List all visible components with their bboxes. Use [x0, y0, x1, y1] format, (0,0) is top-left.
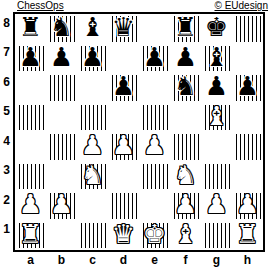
square-h7[interactable] — [232, 44, 263, 74]
piece-black-bishop[interactable]: ♝ — [81, 13, 104, 42]
square-c8[interactable]: ♝ — [77, 14, 108, 44]
square-g8[interactable]: ♚ — [201, 14, 232, 44]
piece-white-pawn[interactable]: ♟ — [50, 190, 73, 219]
file-label-g: g — [201, 253, 232, 267]
rank-label-6: 6 — [0, 75, 13, 89]
square-g6[interactable]: ♟ — [201, 73, 232, 103]
square-f7[interactable]: ♟ — [170, 44, 201, 74]
file-label-c: c — [77, 253, 108, 267]
piece-white-pawn[interactable]: ♟ — [205, 190, 228, 219]
piece-white-knight[interactable]: ♞ — [174, 161, 197, 190]
square-b6[interactable] — [46, 73, 77, 103]
square-f1[interactable]: ♝ — [170, 221, 201, 251]
square-c1[interactable] — [77, 221, 108, 251]
square-d6[interactable]: ♟ — [108, 73, 139, 103]
square-e1[interactable]: ♚ — [139, 221, 170, 251]
app-title-link[interactable]: ChessOps — [17, 0, 64, 12]
square-d3[interactable] — [108, 162, 139, 192]
rank-label-1: 1 — [0, 222, 13, 236]
rank-label-4: 4 — [0, 134, 13, 148]
board-frame: ♜♞♝♛♜♚♟♟♟♟♟♝♟♞♟♟♝♟♟♟♞♞♟♟♟♟♟♜♛♚♝♜ — [13, 12, 265, 252]
square-h6[interactable]: ♟ — [232, 73, 263, 103]
piece-white-pawn[interactable]: ♟ — [174, 190, 197, 219]
square-h5[interactable] — [232, 103, 263, 133]
square-e7[interactable]: ♟ — [139, 44, 170, 74]
square-h2[interactable]: ♟ — [232, 191, 263, 221]
piece-black-king[interactable]: ♚ — [205, 13, 228, 42]
copyright-link[interactable]: © EUdesign — [214, 0, 268, 12]
square-e5[interactable] — [139, 103, 170, 133]
square-d2[interactable] — [108, 191, 139, 221]
file-label-b: b — [46, 253, 77, 267]
square-f4[interactable] — [170, 132, 201, 162]
square-a3[interactable] — [15, 162, 46, 192]
piece-white-bishop[interactable]: ♝ — [174, 220, 197, 249]
piece-white-rook[interactable]: ♜ — [19, 220, 42, 249]
piece-black-rook[interactable]: ♜ — [174, 13, 197, 42]
square-g5[interactable]: ♝ — [201, 103, 232, 133]
file-label-a: a — [15, 253, 46, 267]
square-f2[interactable]: ♟ — [170, 191, 201, 221]
square-a7[interactable]: ♟ — [15, 44, 46, 74]
rank-label-8: 8 — [0, 16, 13, 30]
piece-black-queen[interactable]: ♛ — [112, 13, 135, 42]
chessops-diagram: ChessOps © EUdesign ♜♞♝♛♜♚♟♟♟♟♟♝♟♞♟♟♝♟♟♟… — [0, 0, 270, 270]
piece-black-pawn[interactable]: ♟ — [174, 43, 197, 72]
square-f5[interactable] — [170, 103, 201, 133]
piece-black-pawn[interactable]: ♟ — [112, 72, 135, 101]
piece-black-bishop[interactable]: ♝ — [205, 43, 228, 72]
square-c6[interactable] — [77, 73, 108, 103]
piece-black-pawn[interactable]: ♟ — [81, 43, 104, 72]
square-h4[interactable] — [232, 132, 263, 162]
square-g7[interactable]: ♝ — [201, 44, 232, 74]
square-a6[interactable] — [15, 73, 46, 103]
square-b1[interactable] — [46, 221, 77, 251]
square-e3[interactable] — [139, 162, 170, 192]
square-b3[interactable] — [46, 162, 77, 192]
square-h3[interactable] — [232, 162, 263, 192]
square-e6[interactable] — [139, 73, 170, 103]
square-d1[interactable]: ♛ — [108, 221, 139, 251]
rank-label-5: 5 — [0, 104, 13, 118]
piece-white-king[interactable]: ♚ — [143, 220, 166, 249]
piece-white-pawn[interactable]: ♟ — [112, 131, 135, 160]
piece-white-bishop[interactable]: ♝ — [205, 102, 228, 131]
piece-black-pawn[interactable]: ♟ — [50, 43, 73, 72]
square-a5[interactable] — [15, 103, 46, 133]
chess-board[interactable]: ♜♞♝♛♜♚♟♟♟♟♟♝♟♞♟♟♝♟♟♟♞♞♟♟♟♟♟♜♛♚♝♜ — [15, 14, 263, 250]
square-h8[interactable] — [232, 14, 263, 44]
square-g1[interactable] — [201, 221, 232, 251]
square-e4[interactable]: ♟ — [139, 132, 170, 162]
square-a1[interactable]: ♜ — [15, 221, 46, 251]
file-label-h: h — [232, 253, 263, 267]
piece-white-pawn[interactable]: ♟ — [19, 190, 42, 219]
piece-white-knight[interactable]: ♞ — [81, 161, 104, 190]
piece-black-pawn[interactable]: ♟ — [19, 43, 42, 72]
square-d8[interactable]: ♛ — [108, 14, 139, 44]
rank-label-7: 7 — [0, 45, 13, 59]
square-g3[interactable] — [201, 162, 232, 192]
square-a2[interactable]: ♟ — [15, 191, 46, 221]
file-label-e: e — [139, 253, 170, 267]
square-b7[interactable]: ♟ — [46, 44, 77, 74]
square-a8[interactable]: ♜ — [15, 14, 46, 44]
square-c5[interactable] — [77, 103, 108, 133]
square-d5[interactable] — [108, 103, 139, 133]
square-b8[interactable]: ♞ — [46, 14, 77, 44]
file-label-d: d — [108, 253, 139, 267]
square-f3[interactable]: ♞ — [170, 162, 201, 192]
piece-black-knight[interactable]: ♞ — [50, 13, 73, 42]
square-g4[interactable] — [201, 132, 232, 162]
piece-white-pawn[interactable]: ♟ — [143, 131, 166, 160]
piece-black-knight[interactable]: ♞ — [174, 72, 197, 101]
rank-label-3: 3 — [0, 163, 13, 177]
square-h1[interactable]: ♜ — [232, 221, 263, 251]
square-a4[interactable] — [15, 132, 46, 162]
piece-black-pawn[interactable]: ♟ — [205, 72, 228, 101]
square-c7[interactable]: ♟ — [77, 44, 108, 74]
piece-white-pawn[interactable]: ♟ — [236, 190, 259, 219]
square-e2[interactable] — [139, 191, 170, 221]
rank-label-2: 2 — [0, 193, 13, 207]
square-b5[interactable] — [46, 103, 77, 133]
square-g2[interactable]: ♟ — [201, 191, 232, 221]
square-e8[interactable] — [139, 14, 170, 44]
square-f6[interactable]: ♞ — [170, 73, 201, 103]
piece-white-queen[interactable]: ♛ — [112, 220, 135, 249]
square-d4[interactable]: ♟ — [108, 132, 139, 162]
piece-white-rook[interactable]: ♜ — [236, 220, 259, 249]
piece-white-pawn[interactable]: ♟ — [81, 131, 104, 160]
piece-black-pawn[interactable]: ♟ — [143, 43, 166, 72]
square-d7[interactable] — [108, 44, 139, 74]
square-c4[interactable]: ♟ — [77, 132, 108, 162]
piece-black-pawn[interactable]: ♟ — [236, 72, 259, 101]
file-label-f: f — [170, 253, 201, 267]
square-c3[interactable]: ♞ — [77, 162, 108, 192]
piece-black-rook[interactable]: ♜ — [19, 13, 42, 42]
square-f8[interactable]: ♜ — [170, 14, 201, 44]
square-b4[interactable] — [46, 132, 77, 162]
square-b2[interactable]: ♟ — [46, 191, 77, 221]
square-c2[interactable] — [77, 191, 108, 221]
